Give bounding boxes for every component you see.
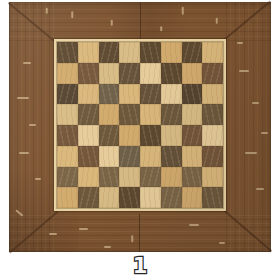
product-image-page: 1 [0, 0, 280, 280]
photo-lighting [9, 2, 271, 252]
page-number-graphic: 1 [127, 252, 153, 279]
page-indicator: 1 [0, 251, 280, 280]
page-number: 1 [133, 254, 148, 278]
chessboard-photo [9, 2, 271, 252]
